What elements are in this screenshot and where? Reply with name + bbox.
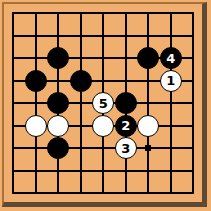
intersection-C5[interactable]: [47, 92, 70, 115]
intersection-D8[interactable]: [70, 25, 93, 48]
intersection-F9[interactable]: [115, 2, 138, 25]
intersection-B7[interactable]: [25, 47, 48, 70]
intersection-E2[interactable]: [92, 160, 115, 183]
black-stone-C7: [47, 47, 69, 69]
intersection-D9[interactable]: [70, 2, 93, 25]
intersection-B6[interactable]: [25, 70, 48, 93]
intersection-B3[interactable]: [25, 137, 48, 160]
intersection-G5[interactable]: [137, 92, 160, 115]
white-stone-G4: [137, 115, 159, 137]
intersection-D6[interactable]: [70, 70, 93, 93]
intersection-J9[interactable]: [182, 2, 205, 25]
intersection-J3[interactable]: [182, 137, 205, 160]
intersection-C3[interactable]: [47, 137, 70, 160]
intersection-J1[interactable]: [182, 182, 205, 205]
intersection-C9[interactable]: [47, 2, 70, 25]
intersection-F6[interactable]: [115, 70, 138, 93]
intersection-J5[interactable]: [182, 92, 205, 115]
intersection-J7[interactable]: [182, 47, 205, 70]
intersection-A8[interactable]: [2, 25, 25, 48]
intersection-E9[interactable]: [92, 2, 115, 25]
intersection-A7[interactable]: [2, 47, 25, 70]
intersection-D3[interactable]: [70, 137, 93, 160]
white-stone-move-3-F3: 3: [115, 137, 137, 159]
intersection-B5[interactable]: [25, 92, 48, 115]
intersection-F8[interactable]: [115, 25, 138, 48]
intersection-J4[interactable]: [182, 115, 205, 138]
intersection-H3[interactable]: [160, 137, 183, 160]
intersection-A9[interactable]: [2, 2, 25, 25]
intersection-G9[interactable]: [137, 2, 160, 25]
intersection-H4[interactable]: [160, 115, 183, 138]
intersection-B4[interactable]: [25, 115, 48, 138]
intersection-F3[interactable]: 3: [115, 137, 138, 160]
black-stone-C3: [47, 137, 69, 159]
intersection-H9[interactable]: [160, 2, 183, 25]
intersection-B2[interactable]: [25, 160, 48, 183]
intersection-E1[interactable]: [92, 182, 115, 205]
black-stone-move-4-H7: 4: [160, 47, 182, 69]
intersection-G3[interactable]: [137, 137, 160, 160]
intersection-A3[interactable]: [2, 137, 25, 160]
hoshi-point-G3: [145, 145, 151, 151]
white-stone-B4: [25, 115, 47, 137]
white-stone-move-1-H6: 1: [160, 70, 182, 92]
black-stone-F5: [115, 92, 137, 114]
intersection-H1[interactable]: [160, 182, 183, 205]
black-stone-move-2-F4: 2: [115, 115, 137, 137]
intersection-J8[interactable]: [182, 25, 205, 48]
intersection-H6[interactable]: 1: [160, 70, 183, 93]
intersection-E8[interactable]: [92, 25, 115, 48]
intersection-D1[interactable]: [70, 182, 93, 205]
intersection-C8[interactable]: [47, 25, 70, 48]
intersection-C6[interactable]: [47, 70, 70, 93]
go-board-grid: 41523: [2, 2, 205, 205]
intersection-D4[interactable]: [70, 115, 93, 138]
intersection-A6[interactable]: [2, 70, 25, 93]
black-stone-G7: [137, 47, 159, 69]
intersection-B1[interactable]: [25, 182, 48, 205]
black-stone-D6: [70, 70, 92, 92]
intersection-G7[interactable]: [137, 47, 160, 70]
intersection-D7[interactable]: [70, 47, 93, 70]
intersection-E5[interactable]: 5: [92, 92, 115, 115]
intersection-F1[interactable]: [115, 182, 138, 205]
intersection-G6[interactable]: [137, 70, 160, 93]
intersection-D5[interactable]: [70, 92, 93, 115]
intersection-G8[interactable]: [137, 25, 160, 48]
intersection-C4[interactable]: [47, 115, 70, 138]
intersection-C2[interactable]: [47, 160, 70, 183]
intersection-E4[interactable]: [92, 115, 115, 138]
intersection-A1[interactable]: [2, 182, 25, 205]
white-stone-C4: [47, 115, 69, 137]
black-stone-C5: [47, 92, 69, 114]
intersection-F4[interactable]: 2: [115, 115, 138, 138]
intersection-C7[interactable]: [47, 47, 70, 70]
intersection-H7[interactable]: 4: [160, 47, 183, 70]
intersection-F7[interactable]: [115, 47, 138, 70]
intersection-F2[interactable]: [115, 160, 138, 183]
intersection-F5[interactable]: [115, 92, 138, 115]
intersection-D2[interactable]: [70, 160, 93, 183]
white-stone-move-5-E5: 5: [92, 92, 114, 114]
white-stone-E4: [92, 115, 114, 137]
go-board: 41523: [0, 0, 211, 211]
intersection-B8[interactable]: [25, 25, 48, 48]
intersection-G4[interactable]: [137, 115, 160, 138]
intersection-H5[interactable]: [160, 92, 183, 115]
intersection-E7[interactable]: [92, 47, 115, 70]
intersection-G2[interactable]: [137, 160, 160, 183]
intersection-A4[interactable]: [2, 115, 25, 138]
intersection-C1[interactable]: [47, 182, 70, 205]
intersection-H8[interactable]: [160, 25, 183, 48]
intersection-G1[interactable]: [137, 182, 160, 205]
intersection-E3[interactable]: [92, 137, 115, 160]
intersection-J6[interactable]: [182, 70, 205, 93]
intersection-B9[interactable]: [25, 2, 48, 25]
intersection-J2[interactable]: [182, 160, 205, 183]
intersection-H2[interactable]: [160, 160, 183, 183]
intersection-A2[interactable]: [2, 160, 25, 183]
black-stone-B6: [25, 70, 47, 92]
intersection-E6[interactable]: [92, 70, 115, 93]
intersection-A5[interactable]: [2, 92, 25, 115]
